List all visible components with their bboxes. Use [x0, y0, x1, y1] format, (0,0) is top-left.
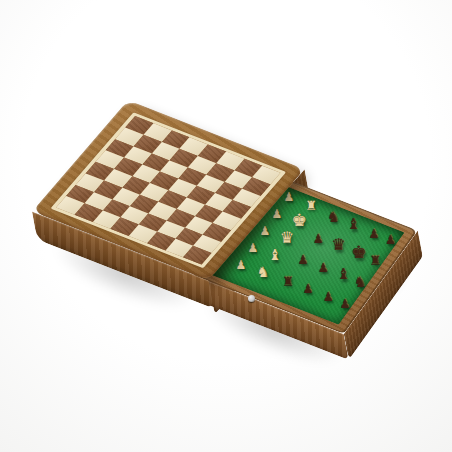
chess-piece-white-R: ♜ — [305, 199, 317, 212]
chess-piece-black-P: ♟ — [368, 227, 379, 239]
chess-box-photo: ♟♟♟♟♟♜♚♛♝♞♞♟♟♜♝♛♟♟♟♚♝♟♟♜♞♟ — [0, 0, 452, 452]
chess-piece-black-B: ♝ — [347, 217, 360, 232]
chess-piece-black-Q: ♛ — [331, 237, 345, 253]
chess-piece-white-P: ♟ — [236, 258, 247, 270]
chess-piece-black-P: ♟ — [303, 283, 314, 295]
chess-piece-black-P: ♟ — [318, 262, 329, 274]
chess-piece-white-P: ♟ — [260, 225, 271, 237]
chess-piece-white-P: ♟ — [284, 191, 295, 203]
chess-piece-black-B: ♝ — [337, 267, 350, 282]
chess-piece-black-R: ♜ — [282, 274, 294, 287]
chess-piece-black-K: ♚ — [351, 244, 366, 261]
chess-piece-white-P: ♟ — [272, 208, 283, 220]
chess-piece-white-Q: ♛ — [280, 230, 294, 246]
chess-piece-white-K: ♚ — [291, 212, 306, 229]
chess-piece-white-B: ♝ — [268, 248, 281, 263]
chess-piece-black-R: ♜ — [369, 254, 381, 267]
chess-piece-black-P: ♟ — [313, 233, 324, 245]
drawer-knob — [248, 295, 255, 302]
chess-piece-black-N: ♞ — [327, 210, 340, 224]
chess-piece-black-P: ♟ — [385, 234, 396, 246]
chess-piece-black-P: ♟ — [339, 298, 350, 310]
chess-piece-black-P: ♟ — [323, 291, 334, 303]
chess-piece-white-N: ♞ — [257, 265, 270, 279]
chess-piece-black-N: ♞ — [354, 275, 367, 289]
chess-piece-white-P: ♟ — [248, 242, 259, 254]
chess-piece-black-P: ♟ — [298, 254, 309, 266]
